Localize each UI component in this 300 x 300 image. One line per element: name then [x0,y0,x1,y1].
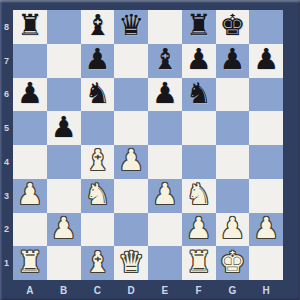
piece-white-queen[interactable]: ♛ [118,248,144,277]
square-a7[interactable] [13,44,47,78]
square-f6[interactable]: ♞ [182,78,216,112]
piece-white-pawn[interactable]: ♟ [118,146,144,175]
square-e7[interactable]: ♝ [148,44,182,78]
square-e6[interactable]: ♟ [148,78,182,112]
square-g2[interactable]: ♟ [216,213,250,247]
square-a3[interactable]: ♟ [13,179,47,213]
piece-black-pawn[interactable]: ♟ [253,45,279,74]
piece-white-bishop[interactable]: ♝ [84,248,110,277]
square-f1[interactable]: ♜ [182,246,216,280]
square-b7[interactable] [47,44,81,78]
square-c6[interactable]: ♞ [81,78,115,112]
square-e8[interactable] [148,10,182,44]
square-d6[interactable] [114,78,148,112]
square-d5[interactable] [114,111,148,145]
square-c5[interactable] [81,111,115,145]
file-label-e: E [148,280,182,300]
square-g4[interactable] [216,145,250,179]
square-a1[interactable]: ♜ [13,246,47,280]
square-g1[interactable]: ♚ [216,246,250,280]
square-c4[interactable]: ♝ [81,145,115,179]
square-h5[interactable] [249,111,283,145]
piece-black-pawn[interactable]: ♟ [186,45,212,74]
chess-board[interactable]: ♜♝♛♜♚♟♝♟♟♟♟♞♟♞♟♝♟♟♞♟♞♟♟♟♟♜♝♛♜♚ [13,10,283,280]
square-h2[interactable]: ♟ [249,213,283,247]
piece-black-rook[interactable]: ♜ [186,11,212,40]
square-f5[interactable] [182,111,216,145]
rank-label-2: 2 [0,213,13,247]
file-label-b: B [47,280,81,300]
file-labels: ABCDEFGH [13,280,283,300]
square-f4[interactable] [182,145,216,179]
rank-label-6: 6 [0,78,13,112]
piece-white-king[interactable]: ♚ [219,248,245,277]
file-label-c: C [81,280,115,300]
square-e1[interactable] [148,246,182,280]
piece-white-pawn[interactable]: ♟ [253,214,279,243]
square-a5[interactable] [13,111,47,145]
piece-black-pawn[interactable]: ♟ [17,79,43,108]
square-b5[interactable]: ♟ [47,111,81,145]
chess-board-frame: 87654321 ♜♝♛♜♚♟♝♟♟♟♟♞♟♞♟♝♟♟♞♟♞♟♟♟♟♜♝♛♜♚ … [0,0,300,300]
square-f2[interactable]: ♟ [182,213,216,247]
square-g7[interactable]: ♟ [216,44,250,78]
rank-label-3: 3 [0,179,13,213]
square-d8[interactable]: ♛ [114,10,148,44]
piece-black-pawn[interactable]: ♟ [219,45,245,74]
square-h4[interactable] [249,145,283,179]
square-h3[interactable] [249,179,283,213]
file-label-a: A [13,280,47,300]
square-d2[interactable] [114,213,148,247]
square-g3[interactable] [216,179,250,213]
piece-white-knight[interactable]: ♞ [186,180,212,209]
square-h7[interactable]: ♟ [249,44,283,78]
square-c8[interactable]: ♝ [81,10,115,44]
square-b8[interactable] [47,10,81,44]
square-g8[interactable]: ♚ [216,10,250,44]
square-b4[interactable] [47,145,81,179]
rank-label-5: 5 [0,111,13,145]
piece-black-king[interactable]: ♚ [219,11,245,40]
square-b3[interactable] [47,179,81,213]
square-a4[interactable] [13,145,47,179]
square-b2[interactable]: ♟ [47,213,81,247]
piece-black-knight[interactable]: ♞ [186,79,212,108]
square-d3[interactable] [114,179,148,213]
file-label-f: F [182,280,216,300]
square-f8[interactable]: ♜ [182,10,216,44]
square-b1[interactable] [47,246,81,280]
square-c1[interactable]: ♝ [81,246,115,280]
piece-white-rook[interactable]: ♜ [186,248,212,277]
file-label-h: H [249,280,283,300]
piece-white-pawn[interactable]: ♟ [17,180,43,209]
piece-black-pawn[interactable]: ♟ [84,45,110,74]
piece-white-rook[interactable]: ♜ [17,248,43,277]
square-d7[interactable] [114,44,148,78]
square-a6[interactable]: ♟ [13,78,47,112]
rank-label-4: 4 [0,145,13,179]
square-d1[interactable]: ♛ [114,246,148,280]
rank-labels: 87654321 [0,10,13,280]
piece-black-knight[interactable]: ♞ [84,79,110,108]
square-f3[interactable]: ♞ [182,179,216,213]
piece-white-pawn[interactable]: ♟ [51,214,77,243]
square-f7[interactable]: ♟ [182,44,216,78]
rank-label-7: 7 [0,44,13,78]
piece-black-pawn[interactable]: ♟ [51,113,77,142]
square-e3[interactable]: ♟ [148,179,182,213]
square-d4[interactable]: ♟ [114,145,148,179]
rank-label-8: 8 [0,10,13,44]
square-h8[interactable] [249,10,283,44]
square-h6[interactable] [249,78,283,112]
square-e2[interactable] [148,213,182,247]
square-c7[interactable]: ♟ [81,44,115,78]
piece-black-bishop[interactable]: ♝ [84,11,110,40]
rank-label-1: 1 [0,246,13,280]
square-c2[interactable] [81,213,115,247]
square-a8[interactable]: ♜ [13,10,47,44]
piece-white-pawn[interactable]: ♟ [186,214,212,243]
piece-white-pawn[interactable]: ♟ [219,214,245,243]
piece-black-queen[interactable]: ♛ [118,11,144,40]
square-c3[interactable]: ♞ [81,179,115,213]
piece-black-bishop[interactable]: ♝ [152,45,178,74]
file-label-g: G [216,280,250,300]
file-label-d: D [114,280,148,300]
piece-black-rook[interactable]: ♜ [17,11,43,40]
square-b6[interactable] [47,78,81,112]
piece-white-pawn[interactable]: ♟ [152,180,178,209]
piece-black-pawn[interactable]: ♟ [152,79,178,108]
piece-white-bishop[interactable]: ♝ [84,146,110,175]
square-e4[interactable] [148,145,182,179]
square-g5[interactable] [216,111,250,145]
piece-white-knight[interactable]: ♞ [84,180,110,209]
square-e5[interactable] [148,111,182,145]
square-a2[interactable] [13,213,47,247]
square-h1[interactable] [249,246,283,280]
square-g6[interactable] [216,78,250,112]
